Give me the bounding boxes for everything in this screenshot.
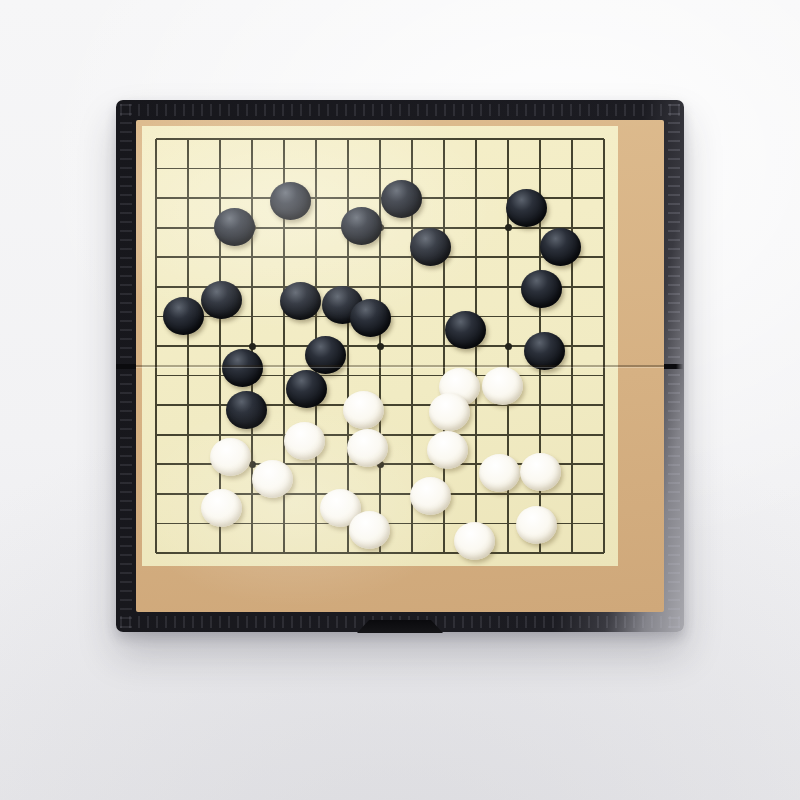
- white-stone: [284, 422, 325, 460]
- black-stone: [506, 189, 547, 227]
- black-stone: [350, 299, 391, 337]
- frame-meander-pattern-top: [120, 104, 680, 116]
- black-stone: [521, 270, 562, 308]
- white-stone: [410, 477, 451, 515]
- black-stone: [445, 311, 486, 349]
- black-stone: [226, 391, 267, 429]
- black-stone: [341, 207, 382, 245]
- black-stone: [540, 228, 581, 266]
- white-stone: [201, 489, 242, 527]
- product-photo-background: [0, 0, 800, 800]
- fold-seam: [118, 365, 682, 368]
- white-stone: [349, 511, 390, 549]
- star-point: [249, 343, 256, 350]
- fold-hinge-right: [664, 364, 684, 369]
- star-point: [505, 343, 512, 350]
- black-stone: [286, 370, 327, 408]
- white-stone: [252, 460, 293, 498]
- black-stone: [280, 282, 321, 320]
- grid-line-vertical: [571, 139, 573, 553]
- white-stone: [210, 438, 251, 476]
- black-stone: [222, 349, 263, 387]
- playing-field: [142, 126, 618, 566]
- black-stone: [201, 281, 242, 319]
- white-stone: [454, 522, 495, 560]
- white-stone: [429, 393, 470, 431]
- black-stone: [270, 182, 311, 220]
- star-point: [505, 224, 512, 231]
- black-stone: [214, 208, 255, 246]
- star-point: [377, 343, 384, 350]
- black-stone: [410, 228, 451, 266]
- white-stone: [516, 506, 557, 544]
- white-stone: [479, 454, 520, 492]
- white-stone: [343, 391, 384, 429]
- black-stone: [381, 180, 422, 218]
- black-stone: [305, 336, 346, 374]
- fold-hinge-left: [116, 364, 136, 369]
- white-stone: [482, 367, 523, 405]
- grid-line-horizontal: [156, 552, 604, 554]
- go-board: [116, 100, 684, 632]
- black-stone: [163, 297, 204, 335]
- white-stone: [520, 453, 561, 491]
- latch-notch: [357, 620, 443, 633]
- grid-line-vertical: [603, 139, 605, 553]
